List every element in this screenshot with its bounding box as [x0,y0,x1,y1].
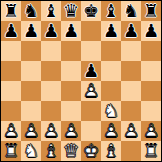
square-f8[interactable]: ♝ [101,1,121,21]
square-e7[interactable] [81,21,101,41]
square-a7[interactable]: ♟ [1,21,21,41]
square-a4[interactable] [1,81,21,101]
black-pawn-icon: ♟ [81,61,101,81]
black-pawn-icon: ♟ [101,21,121,41]
square-g4[interactable] [121,81,141,101]
square-d6[interactable] [61,41,81,61]
square-a5[interactable] [1,61,21,81]
square-b8[interactable]: ♞ [21,1,41,21]
black-knight-icon: ♞ [21,1,41,21]
white-pawn-icon: ♟♙ [81,81,101,101]
square-f3[interactable]: ♞♘ [101,101,121,121]
square-a6[interactable] [1,41,21,61]
square-a8[interactable]: ♜ [1,1,21,21]
black-pawn-icon: ♟ [121,21,141,41]
square-e4[interactable]: ♟♙ [81,81,101,101]
black-rook-icon: ♜ [1,1,21,21]
square-d5[interactable] [61,61,81,81]
square-d7[interactable]: ♟ [61,21,81,41]
square-b5[interactable] [21,61,41,81]
square-h5[interactable] [141,61,161,81]
square-e2[interactable] [81,121,101,141]
square-h2[interactable]: ♟♙ [141,121,161,141]
square-h1[interactable]: ♜♖ [141,141,161,161]
square-e6[interactable] [81,41,101,61]
black-pawn-icon: ♟ [41,21,61,41]
square-a1[interactable]: ♜♖ [1,141,21,161]
square-a2[interactable]: ♟♙ [1,121,21,141]
square-b7[interactable]: ♟ [21,21,41,41]
square-f7[interactable]: ♟ [101,21,121,41]
chess-board: ♜♞♝♛♚♝♞♜♟♟♟♟♟♟♟♟♟♙♞♘♟♙♟♙♟♙♟♙♟♙♟♙♟♙♜♖♞♘♝♗… [0,0,162,162]
square-e3[interactable] [81,101,101,121]
square-c5[interactable] [41,61,61,81]
white-rook-icon: ♜♖ [141,141,161,161]
black-queen-icon: ♛ [61,1,81,21]
square-d3[interactable] [61,101,81,121]
black-bishop-icon: ♝ [101,1,121,21]
white-bishop-icon: ♝♗ [41,141,61,161]
white-knight-icon: ♞♘ [101,101,121,121]
square-g7[interactable]: ♟ [121,21,141,41]
square-c2[interactable]: ♟♙ [41,121,61,141]
square-g2[interactable]: ♟♙ [121,121,141,141]
square-f5[interactable] [101,61,121,81]
square-e5[interactable]: ♟ [81,61,101,81]
white-queen-icon: ♛♕ [61,141,81,161]
black-pawn-icon: ♟ [141,21,161,41]
square-a3[interactable] [1,101,21,121]
black-bishop-icon: ♝ [41,1,61,21]
square-e8[interactable]: ♚ [81,1,101,21]
black-pawn-icon: ♟ [61,21,81,41]
white-pawn-icon: ♟♙ [1,121,21,141]
white-pawn-icon: ♟♙ [61,121,81,141]
black-pawn-icon: ♟ [21,21,41,41]
square-g8[interactable]: ♞ [121,1,141,21]
square-f6[interactable] [101,41,121,61]
square-h7[interactable]: ♟ [141,21,161,41]
square-d1[interactable]: ♛♕ [61,141,81,161]
white-king-icon: ♚♔ [81,141,101,161]
square-c7[interactable]: ♟ [41,21,61,41]
white-pawn-icon: ♟♙ [41,121,61,141]
black-pawn-icon: ♟ [1,21,21,41]
square-b4[interactable] [21,81,41,101]
square-b1[interactable]: ♞♘ [21,141,41,161]
square-c4[interactable] [41,81,61,101]
black-king-icon: ♚ [81,1,101,21]
square-f2[interactable]: ♟♙ [101,121,121,141]
square-c8[interactable]: ♝ [41,1,61,21]
square-b3[interactable] [21,101,41,121]
square-h4[interactable] [141,81,161,101]
square-f1[interactable]: ♝♗ [101,141,121,161]
square-d8[interactable]: ♛ [61,1,81,21]
square-c6[interactable] [41,41,61,61]
square-b2[interactable]: ♟♙ [21,121,41,141]
white-pawn-icon: ♟♙ [141,121,161,141]
square-h8[interactable]: ♜ [141,1,161,21]
square-f4[interactable] [101,81,121,101]
white-rook-icon: ♜♖ [1,141,21,161]
screenshot-stage: ♜♞♝♛♚♝♞♜♟♟♟♟♟♟♟♟♟♙♞♘♟♙♟♙♟♙♟♙♟♙♟♙♟♙♜♖♞♘♝♗… [0,0,162,162]
square-g1[interactable] [121,141,141,161]
square-c1[interactable]: ♝♗ [41,141,61,161]
white-pawn-icon: ♟♙ [121,121,141,141]
square-g6[interactable] [121,41,141,61]
square-b6[interactable] [21,41,41,61]
square-c3[interactable] [41,101,61,121]
square-h3[interactable] [141,101,161,121]
square-e1[interactable]: ♚♔ [81,141,101,161]
square-d2[interactable]: ♟♙ [61,121,81,141]
square-d4[interactable] [61,81,81,101]
white-bishop-icon: ♝♗ [101,141,121,161]
white-knight-icon: ♞♘ [21,141,41,161]
square-g5[interactable] [121,61,141,81]
black-rook-icon: ♜ [141,1,161,21]
white-pawn-icon: ♟♙ [101,121,121,141]
white-pawn-icon: ♟♙ [21,121,41,141]
square-h6[interactable] [141,41,161,61]
square-g3[interactable] [121,101,141,121]
black-knight-icon: ♞ [121,1,141,21]
